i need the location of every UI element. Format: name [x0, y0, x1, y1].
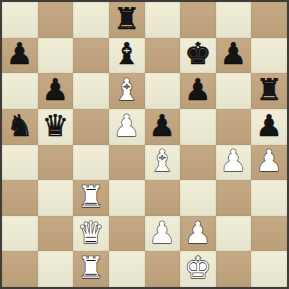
square-h7[interactable]: [251, 38, 287, 74]
square-h6[interactable]: ♜: [251, 73, 287, 109]
square-e4[interactable]: ♝: [145, 145, 181, 181]
piece-white-pawn[interactable]: ♟: [256, 146, 283, 176]
square-g4[interactable]: ♟: [216, 145, 252, 181]
piece-white-rook[interactable]: ♜: [78, 253, 105, 283]
square-f5[interactable]: [180, 109, 216, 145]
square-d3[interactable]: [109, 180, 145, 216]
square-g3[interactable]: [216, 180, 252, 216]
square-d6[interactable]: ♝: [109, 73, 145, 109]
piece-white-pawn[interactable]: ♟: [113, 111, 140, 141]
square-e3[interactable]: [145, 180, 181, 216]
piece-white-king[interactable]: ♚: [184, 253, 211, 283]
piece-white-pawn[interactable]: ♟: [184, 218, 211, 248]
piece-black-bishop[interactable]: ♝: [113, 39, 140, 69]
square-e8[interactable]: [145, 2, 181, 38]
square-g1[interactable]: [216, 251, 252, 287]
chess-board-container: ♜♟♝♚♟♟♝♟♜♞♛♟♟♟♝♟♟♜♛♟♟♜♚: [0, 0, 289, 289]
square-c4[interactable]: [73, 145, 109, 181]
square-e5[interactable]: ♟: [145, 109, 181, 145]
piece-black-pawn[interactable]: ♟: [42, 75, 69, 105]
square-h2[interactable]: [251, 216, 287, 252]
piece-black-pawn[interactable]: ♟: [149, 111, 176, 141]
square-g8[interactable]: [216, 2, 252, 38]
square-g2[interactable]: [216, 216, 252, 252]
square-b4[interactable]: [38, 145, 74, 181]
square-d5[interactable]: ♟: [109, 109, 145, 145]
square-h5[interactable]: ♟: [251, 109, 287, 145]
square-b5[interactable]: ♛: [38, 109, 74, 145]
square-a8[interactable]: [2, 2, 38, 38]
square-a3[interactable]: [2, 180, 38, 216]
piece-white-pawn[interactable]: ♟: [220, 146, 247, 176]
chess-board: ♜♟♝♚♟♟♝♟♜♞♛♟♟♟♝♟♟♜♛♟♟♜♚: [0, 0, 289, 289]
square-h1[interactable]: [251, 251, 287, 287]
square-f1[interactable]: ♚: [180, 251, 216, 287]
square-d8[interactable]: ♜: [109, 2, 145, 38]
square-h8[interactable]: [251, 2, 287, 38]
square-f4[interactable]: [180, 145, 216, 181]
square-c1[interactable]: ♜: [73, 251, 109, 287]
square-b8[interactable]: [38, 2, 74, 38]
square-b1[interactable]: [38, 251, 74, 287]
piece-black-rook[interactable]: ♜: [113, 4, 140, 34]
square-c5[interactable]: [73, 109, 109, 145]
square-c2[interactable]: ♛: [73, 216, 109, 252]
square-d1[interactable]: [109, 251, 145, 287]
piece-black-pawn[interactable]: ♟: [220, 39, 247, 69]
piece-black-knight[interactable]: ♞: [6, 111, 33, 141]
piece-black-pawn[interactable]: ♟: [184, 75, 211, 105]
square-a5[interactable]: ♞: [2, 109, 38, 145]
square-d7[interactable]: ♝: [109, 38, 145, 74]
square-g6[interactable]: [216, 73, 252, 109]
square-f2[interactable]: ♟: [180, 216, 216, 252]
piece-white-bishop[interactable]: ♝: [149, 146, 176, 176]
square-g5[interactable]: [216, 109, 252, 145]
square-a6[interactable]: [2, 73, 38, 109]
square-e6[interactable]: [145, 73, 181, 109]
square-b2[interactable]: [38, 216, 74, 252]
square-a2[interactable]: [2, 216, 38, 252]
square-f7[interactable]: ♚: [180, 38, 216, 74]
piece-white-rook[interactable]: ♜: [78, 182, 105, 212]
square-a7[interactable]: ♟: [2, 38, 38, 74]
square-a1[interactable]: [2, 251, 38, 287]
square-f6[interactable]: ♟: [180, 73, 216, 109]
square-b3[interactable]: [38, 180, 74, 216]
square-b7[interactable]: [38, 38, 74, 74]
square-e7[interactable]: [145, 38, 181, 74]
square-c7[interactable]: [73, 38, 109, 74]
square-c3[interactable]: ♜: [73, 180, 109, 216]
square-h3[interactable]: [251, 180, 287, 216]
piece-white-pawn[interactable]: ♟: [149, 218, 176, 248]
square-d2[interactable]: [109, 216, 145, 252]
square-c6[interactable]: [73, 73, 109, 109]
piece-black-pawn[interactable]: ♟: [256, 111, 283, 141]
square-e2[interactable]: ♟: [145, 216, 181, 252]
square-a4[interactable]: [2, 145, 38, 181]
square-h4[interactable]: ♟: [251, 145, 287, 181]
piece-black-queen[interactable]: ♛: [42, 111, 69, 141]
square-f8[interactable]: [180, 2, 216, 38]
piece-black-rook[interactable]: ♜: [256, 75, 283, 105]
square-b6[interactable]: ♟: [38, 73, 74, 109]
square-e1[interactable]: [145, 251, 181, 287]
square-g7[interactable]: ♟: [216, 38, 252, 74]
square-c8[interactable]: [73, 2, 109, 38]
piece-white-bishop[interactable]: ♝: [113, 75, 140, 105]
square-f3[interactable]: [180, 180, 216, 216]
square-d4[interactable]: [109, 145, 145, 181]
piece-black-pawn[interactable]: ♟: [6, 39, 33, 69]
piece-white-queen[interactable]: ♛: [78, 218, 105, 248]
piece-black-king[interactable]: ♚: [184, 39, 211, 69]
